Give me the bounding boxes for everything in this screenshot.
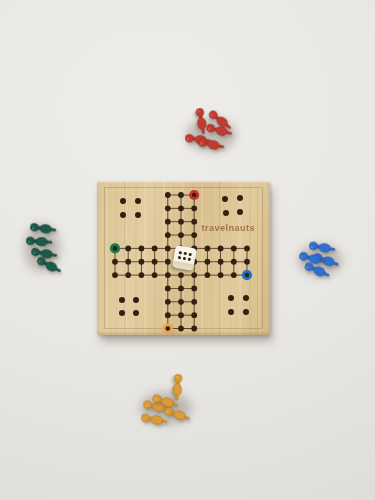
- yellow-peg-1: [171, 373, 184, 401]
- green-peg-1: [29, 221, 57, 236]
- red-peg-5: [197, 136, 226, 152]
- pegs-layer: [0, 0, 375, 500]
- photo-stage: travelnauts: [0, 0, 375, 500]
- red-peg-3: [193, 107, 209, 135]
- green-peg-2: [25, 235, 53, 248]
